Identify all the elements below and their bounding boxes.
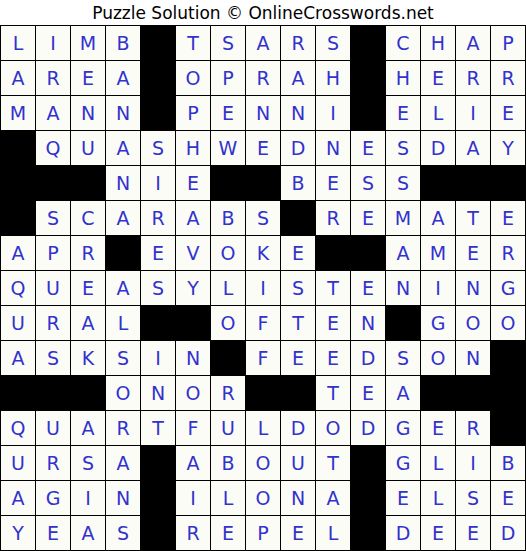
letter-cell: O xyxy=(421,341,455,375)
black-cell xyxy=(351,236,385,270)
letter-cell: I xyxy=(456,446,490,480)
letter-cell: G xyxy=(491,271,525,305)
letter-cell: Y xyxy=(176,271,210,305)
letter-cell: O xyxy=(106,376,140,410)
letter-cell: A xyxy=(106,131,140,165)
letter-cell: M xyxy=(71,26,105,60)
letter-cell: A xyxy=(176,201,210,235)
letter-cell: P xyxy=(36,236,70,270)
black-cell xyxy=(211,341,245,375)
letter-cell: A xyxy=(1,481,35,515)
letter-cell: U xyxy=(211,411,245,445)
letter-cell: G xyxy=(36,481,70,515)
letter-cell: I xyxy=(141,166,175,200)
letter-cell: A xyxy=(246,26,280,60)
black-cell xyxy=(351,26,385,60)
letter-cell: I xyxy=(176,481,210,515)
letter-cell: N xyxy=(386,271,420,305)
letter-cell: N xyxy=(106,166,140,200)
letter-cell: O xyxy=(246,446,280,480)
letter-cell: R xyxy=(141,201,175,235)
letter-cell: E xyxy=(71,61,105,95)
letter-cell: T xyxy=(141,411,175,445)
letter-cell: A xyxy=(71,306,105,340)
letter-cell: F xyxy=(246,341,280,375)
letter-cell: N xyxy=(281,96,315,130)
letter-cell: H xyxy=(176,131,210,165)
letter-cell: R xyxy=(281,26,315,60)
letter-cell: E xyxy=(351,271,385,305)
letter-cell: O xyxy=(176,61,210,95)
letter-cell: C xyxy=(386,26,420,60)
black-cell xyxy=(141,26,175,60)
letter-cell: S xyxy=(106,516,140,550)
letter-cell: D xyxy=(281,131,315,165)
black-cell xyxy=(351,61,385,95)
letter-cell: E xyxy=(386,481,420,515)
letter-cell: G xyxy=(421,306,455,340)
puzzle-solution-page: Puzzle Solution © OnlineCrosswords.net L… xyxy=(0,0,526,551)
black-cell xyxy=(386,306,420,340)
letter-cell: D xyxy=(351,341,385,375)
black-cell xyxy=(36,376,70,410)
letter-cell: S xyxy=(386,131,420,165)
letter-cell: O xyxy=(456,306,490,340)
black-cell xyxy=(71,166,105,200)
letter-cell: A xyxy=(106,61,140,95)
letter-cell: A xyxy=(1,236,35,270)
black-cell xyxy=(141,481,175,515)
letter-cell: A xyxy=(281,61,315,95)
letter-cell: A xyxy=(1,61,35,95)
black-cell xyxy=(1,166,35,200)
letter-cell: E xyxy=(421,61,455,95)
letter-cell: L xyxy=(421,446,455,480)
letter-cell: T xyxy=(316,376,350,410)
letter-cell: E xyxy=(211,516,245,550)
letter-cell: R xyxy=(456,61,490,95)
letter-cell: Q xyxy=(1,411,35,445)
black-cell xyxy=(246,166,280,200)
letter-cell: E xyxy=(211,96,245,130)
letter-cell: E xyxy=(176,166,210,200)
letter-cell: Y xyxy=(491,131,525,165)
letter-cell: E xyxy=(421,516,455,550)
letter-cell: M xyxy=(1,96,35,130)
letter-cell: S xyxy=(351,166,385,200)
letter-cell: R xyxy=(176,516,210,550)
letter-cell: E xyxy=(351,131,385,165)
letter-cell: S xyxy=(36,201,70,235)
letter-cell: K xyxy=(246,236,280,270)
letter-cell: O xyxy=(176,376,210,410)
black-cell xyxy=(141,96,175,130)
black-cell xyxy=(281,201,315,235)
letter-cell: A xyxy=(386,236,420,270)
letter-cell: S xyxy=(246,201,280,235)
letter-cell: B xyxy=(281,166,315,200)
letter-cell: U xyxy=(1,306,35,340)
letter-cell: E xyxy=(316,166,350,200)
letter-cell: P xyxy=(176,96,210,130)
black-cell xyxy=(246,376,280,410)
letter-cell: R xyxy=(106,411,140,445)
letter-cell: P xyxy=(246,516,280,550)
letter-cell: H xyxy=(421,26,455,60)
black-cell xyxy=(316,236,350,270)
letter-cell: O xyxy=(211,236,245,270)
letter-cell: T xyxy=(316,271,350,305)
letter-cell: B xyxy=(211,446,245,480)
letter-cell: T xyxy=(281,306,315,340)
letter-cell: D xyxy=(421,131,455,165)
black-cell xyxy=(211,166,245,200)
black-cell xyxy=(351,446,385,480)
letter-cell: D xyxy=(386,516,420,550)
letter-cell: G xyxy=(386,411,420,445)
black-cell xyxy=(421,166,455,200)
letter-cell: B xyxy=(106,26,140,60)
letter-cell: S xyxy=(316,26,350,60)
letter-cell: I xyxy=(36,26,70,60)
letter-cell: S xyxy=(36,341,70,375)
letter-cell: N xyxy=(281,481,315,515)
letter-cell: A xyxy=(71,411,105,445)
letter-cell: L xyxy=(421,481,455,515)
letter-cell: L xyxy=(1,26,35,60)
letter-cell: E xyxy=(281,236,315,270)
letter-cell: U xyxy=(36,271,70,305)
letter-cell: A xyxy=(456,26,490,60)
letter-cell: E xyxy=(456,516,490,550)
letter-cell: N xyxy=(176,341,210,375)
letter-cell: V xyxy=(176,236,210,270)
letter-cell: I xyxy=(246,271,280,305)
letter-cell: R xyxy=(456,411,490,445)
black-cell xyxy=(351,516,385,550)
letter-cell: I xyxy=(71,481,105,515)
letter-cell: E xyxy=(316,341,350,375)
black-cell xyxy=(176,306,210,340)
black-cell xyxy=(106,236,140,270)
letter-cell: L xyxy=(211,271,245,305)
letter-cell: O xyxy=(211,306,245,340)
letter-cell: L xyxy=(106,306,140,340)
black-cell xyxy=(1,376,35,410)
black-cell xyxy=(36,166,70,200)
black-cell xyxy=(141,516,175,550)
letter-cell: E xyxy=(491,96,525,130)
letter-cell: C xyxy=(71,201,105,235)
letter-cell: A xyxy=(71,516,105,550)
letter-cell: A xyxy=(316,481,350,515)
letter-cell: N xyxy=(141,376,175,410)
letter-cell: O xyxy=(246,481,280,515)
letter-cell: S xyxy=(456,481,490,515)
letter-cell: R xyxy=(36,446,70,480)
letter-cell: M xyxy=(421,236,455,270)
letter-cell: N xyxy=(106,481,140,515)
letter-cell: D xyxy=(281,411,315,445)
letter-cell: R xyxy=(246,61,280,95)
letter-cell: F xyxy=(176,411,210,445)
letter-cell: R xyxy=(71,236,105,270)
letter-cell: E xyxy=(351,201,385,235)
letter-cell: L xyxy=(421,96,455,130)
letter-cell: S xyxy=(71,446,105,480)
letter-cell: U xyxy=(281,446,315,480)
letter-cell: P xyxy=(211,61,245,95)
letter-cell: R xyxy=(491,236,525,270)
black-cell xyxy=(491,376,525,410)
letter-cell: R xyxy=(491,61,525,95)
letter-cell: E xyxy=(456,236,490,270)
letter-cell: A xyxy=(106,446,140,480)
letter-cell: E xyxy=(246,131,280,165)
letter-cell: D xyxy=(491,516,525,550)
letter-cell: Q xyxy=(36,131,70,165)
letter-cell: U xyxy=(1,446,35,480)
letter-cell: G xyxy=(386,446,420,480)
letter-cell: A xyxy=(1,341,35,375)
letter-cell: F xyxy=(246,306,280,340)
letter-cell: S xyxy=(106,341,140,375)
letter-cell: E xyxy=(421,411,455,445)
black-cell xyxy=(1,131,35,165)
letter-cell: S xyxy=(141,271,175,305)
letter-cell: Y xyxy=(1,516,35,550)
letter-cell: N xyxy=(246,96,280,130)
letter-cell: T xyxy=(316,446,350,480)
page-title: Puzzle Solution © OnlineCrosswords.net xyxy=(0,0,526,25)
letter-cell: I xyxy=(141,341,175,375)
black-cell xyxy=(456,376,490,410)
letter-cell: K xyxy=(71,341,105,375)
letter-cell: A xyxy=(106,201,140,235)
letter-cell: N xyxy=(456,271,490,305)
letter-cell: I xyxy=(316,96,350,130)
black-cell xyxy=(141,61,175,95)
letter-cell: E xyxy=(71,271,105,305)
letter-cell: E xyxy=(351,376,385,410)
letter-cell: R xyxy=(316,201,350,235)
letter-cell: B xyxy=(211,201,245,235)
letter-cell: I xyxy=(421,271,455,305)
black-cell xyxy=(141,306,175,340)
letter-cell: H xyxy=(316,61,350,95)
letter-cell: H xyxy=(386,61,420,95)
letter-cell: E xyxy=(491,481,525,515)
letter-cell: A xyxy=(386,376,420,410)
black-cell xyxy=(141,446,175,480)
letter-cell: N xyxy=(71,96,105,130)
letter-cell: S xyxy=(386,341,420,375)
black-cell xyxy=(351,96,385,130)
black-cell xyxy=(491,166,525,200)
letter-cell: A xyxy=(456,131,490,165)
letter-cell: A xyxy=(106,271,140,305)
letter-cell: Q xyxy=(1,271,35,305)
letter-cell: R xyxy=(36,61,70,95)
black-cell xyxy=(456,166,490,200)
crossword-grid: LIMBTSARSCHAPAREAOPRAHHERRMANNPENNIELIEQ… xyxy=(0,25,526,551)
letter-cell: R xyxy=(36,306,70,340)
letter-cell: S xyxy=(141,131,175,165)
letter-cell: S xyxy=(386,166,420,200)
black-cell xyxy=(491,341,525,375)
letter-cell: D xyxy=(351,411,385,445)
letter-cell: S xyxy=(211,26,245,60)
letter-cell: S xyxy=(281,271,315,305)
black-cell xyxy=(71,376,105,410)
letter-cell: O xyxy=(491,306,525,340)
letter-cell: N xyxy=(106,96,140,130)
letter-cell: E xyxy=(491,201,525,235)
letter-cell: E xyxy=(316,306,350,340)
letter-cell: N xyxy=(351,306,385,340)
letter-cell: U xyxy=(36,411,70,445)
letter-cell: T xyxy=(176,26,210,60)
letter-cell: R xyxy=(211,376,245,410)
letter-cell: A xyxy=(36,96,70,130)
letter-cell: P xyxy=(491,26,525,60)
letter-cell: O xyxy=(316,411,350,445)
letter-cell: B xyxy=(491,446,525,480)
black-cell xyxy=(1,201,35,235)
letter-cell: N xyxy=(456,341,490,375)
letter-cell: W xyxy=(211,131,245,165)
letter-cell: L xyxy=(246,411,280,445)
letter-cell: E xyxy=(281,341,315,375)
letter-cell: E xyxy=(141,236,175,270)
letter-cell: E xyxy=(36,516,70,550)
letter-cell: A xyxy=(176,446,210,480)
letter-cell: M xyxy=(386,201,420,235)
black-cell xyxy=(421,376,455,410)
letter-cell: L xyxy=(316,516,350,550)
letter-cell: N xyxy=(316,131,350,165)
letter-cell: A xyxy=(421,201,455,235)
letter-cell: L xyxy=(211,481,245,515)
letter-cell: E xyxy=(281,516,315,550)
letter-cell: I xyxy=(456,96,490,130)
letter-cell: U xyxy=(71,131,105,165)
letter-cell: T xyxy=(456,201,490,235)
letter-cell: E xyxy=(386,96,420,130)
black-cell xyxy=(491,411,525,445)
black-cell xyxy=(281,376,315,410)
black-cell xyxy=(351,481,385,515)
